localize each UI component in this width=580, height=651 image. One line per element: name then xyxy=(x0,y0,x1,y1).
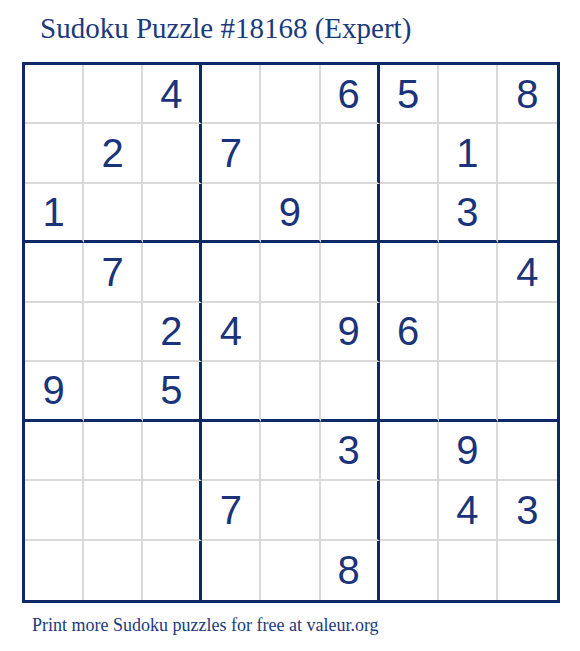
cell-r8c3[interactable] xyxy=(143,481,202,540)
cell-r6c9[interactable] xyxy=(498,362,557,421)
cell-r6c5[interactable] xyxy=(261,362,320,421)
cell-r3c1[interactable]: 1 xyxy=(25,184,84,243)
cell-r3c3[interactable] xyxy=(143,184,202,243)
cell-r7c1[interactable] xyxy=(25,422,84,481)
cell-r4c4[interactable] xyxy=(202,243,261,302)
cell-r4c2[interactable]: 7 xyxy=(84,243,143,302)
cell-r9c1[interactable] xyxy=(25,541,84,600)
cell-r8c2[interactable] xyxy=(84,481,143,540)
cell-r9c8[interactable] xyxy=(439,541,498,600)
cell-r5c1[interactable] xyxy=(25,303,84,362)
cell-r1c2[interactable] xyxy=(84,65,143,124)
cell-r4c7[interactable] xyxy=(380,243,439,302)
cell-r3c7[interactable] xyxy=(380,184,439,243)
cell-r7c5[interactable] xyxy=(261,422,320,481)
cell-r5c9[interactable] xyxy=(498,303,557,362)
cell-r5c6[interactable]: 9 xyxy=(321,303,380,362)
cell-r1c9[interactable]: 8 xyxy=(498,65,557,124)
cell-r1c3[interactable]: 4 xyxy=(143,65,202,124)
cell-r3c9[interactable] xyxy=(498,184,557,243)
cell-r1c7[interactable]: 5 xyxy=(380,65,439,124)
cell-r5c3[interactable]: 2 xyxy=(143,303,202,362)
cell-r2c8[interactable]: 1 xyxy=(439,124,498,183)
cell-r4c8[interactable] xyxy=(439,243,498,302)
cell-r1c5[interactable] xyxy=(261,65,320,124)
cell-r2c5[interactable] xyxy=(261,124,320,183)
cell-r5c4[interactable]: 4 xyxy=(202,303,261,362)
cell-r8c7[interactable] xyxy=(380,481,439,540)
cell-r3c8[interactable]: 3 xyxy=(439,184,498,243)
cell-r9c3[interactable] xyxy=(143,541,202,600)
cell-r5c7[interactable]: 6 xyxy=(380,303,439,362)
cell-r1c6[interactable]: 6 xyxy=(321,65,380,124)
cell-r2c4[interactable]: 7 xyxy=(202,124,261,183)
cell-r2c7[interactable] xyxy=(380,124,439,183)
cell-r8c6[interactable] xyxy=(321,481,380,540)
cell-r5c8[interactable] xyxy=(439,303,498,362)
cell-r9c5[interactable] xyxy=(261,541,320,600)
cell-r1c8[interactable] xyxy=(439,65,498,124)
cell-r2c9[interactable] xyxy=(498,124,557,183)
cell-r6c7[interactable] xyxy=(380,362,439,421)
cell-r5c2[interactable] xyxy=(84,303,143,362)
cell-r7c3[interactable] xyxy=(143,422,202,481)
cell-r6c6[interactable] xyxy=(321,362,380,421)
cell-r8c9[interactable]: 3 xyxy=(498,481,557,540)
cell-r8c1[interactable] xyxy=(25,481,84,540)
cell-r7c2[interactable] xyxy=(84,422,143,481)
cell-r3c4[interactable] xyxy=(202,184,261,243)
cell-r2c1[interactable] xyxy=(25,124,84,183)
cell-r4c5[interactable] xyxy=(261,243,320,302)
cell-r3c5[interactable]: 9 xyxy=(261,184,320,243)
cell-r6c1[interactable]: 9 xyxy=(25,362,84,421)
sudoku-grid: 465827119374249695397438 xyxy=(22,62,560,603)
sudoku-page: Sudoku Puzzle #18168 (Expert) 4658271193… xyxy=(0,0,580,651)
cell-r3c6[interactable] xyxy=(321,184,380,243)
footer-text: Print more Sudoku puzzles for free at va… xyxy=(32,615,379,636)
cell-r8c5[interactable] xyxy=(261,481,320,540)
cell-r9c7[interactable] xyxy=(380,541,439,600)
cell-r4c6[interactable] xyxy=(321,243,380,302)
cell-r6c8[interactable] xyxy=(439,362,498,421)
cell-r7c6[interactable]: 3 xyxy=(321,422,380,481)
cell-r6c4[interactable] xyxy=(202,362,261,421)
cell-r6c3[interactable]: 5 xyxy=(143,362,202,421)
cell-r6c2[interactable] xyxy=(84,362,143,421)
cell-r2c3[interactable] xyxy=(143,124,202,183)
cell-r9c2[interactable] xyxy=(84,541,143,600)
cell-r9c4[interactable] xyxy=(202,541,261,600)
cell-r1c4[interactable] xyxy=(202,65,261,124)
cell-r7c7[interactable] xyxy=(380,422,439,481)
cell-r1c1[interactable] xyxy=(25,65,84,124)
cell-r4c1[interactable] xyxy=(25,243,84,302)
cell-r8c4[interactable]: 7 xyxy=(202,481,261,540)
cell-r5c5[interactable] xyxy=(261,303,320,362)
cell-r7c9[interactable] xyxy=(498,422,557,481)
cell-r9c9[interactable] xyxy=(498,541,557,600)
cell-r7c4[interactable] xyxy=(202,422,261,481)
cell-r4c3[interactable] xyxy=(143,243,202,302)
cell-r3c2[interactable] xyxy=(84,184,143,243)
cell-r9c6[interactable]: 8 xyxy=(321,541,380,600)
cell-r4c9[interactable]: 4 xyxy=(498,243,557,302)
cell-r7c8[interactable]: 9 xyxy=(439,422,498,481)
cell-r2c2[interactable]: 2 xyxy=(84,124,143,183)
page-title: Sudoku Puzzle #18168 (Expert) xyxy=(40,12,411,45)
cell-r2c6[interactable] xyxy=(321,124,380,183)
cell-r8c8[interactable]: 4 xyxy=(439,481,498,540)
